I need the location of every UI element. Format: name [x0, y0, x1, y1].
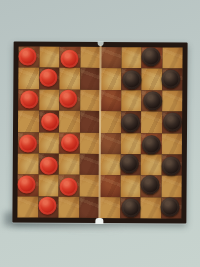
board-square[interactable]: [100, 175, 121, 197]
board-square[interactable]: [79, 175, 100, 197]
red-piece[interactable]: [61, 49, 79, 67]
board-square[interactable]: [100, 111, 121, 133]
board-square[interactable]: [121, 47, 142, 69]
board-square[interactable]: [79, 154, 100, 176]
board-square[interactable]: [80, 68, 101, 90]
board-square[interactable]: [120, 154, 141, 176]
black-piece[interactable]: [142, 135, 161, 154]
board-square[interactable]: [38, 132, 59, 154]
board-square[interactable]: [141, 133, 162, 155]
board-square[interactable]: [79, 196, 100, 218]
board-square[interactable]: [141, 69, 162, 91]
black-piece[interactable]: [122, 198, 141, 217]
black-piece[interactable]: [141, 47, 160, 66]
board-square[interactable]: [59, 132, 80, 154]
board-square[interactable]: [39, 68, 60, 90]
red-piece[interactable]: [61, 134, 79, 152]
red-piece[interactable]: [59, 90, 77, 108]
black-piece[interactable]: [121, 113, 140, 132]
red-piece[interactable]: [39, 156, 57, 174]
board-square[interactable]: [18, 111, 39, 133]
board-square[interactable]: [18, 153, 39, 175]
board-square[interactable]: [59, 89, 80, 111]
red-piece[interactable]: [38, 197, 56, 215]
hinge-gap-top: [98, 41, 104, 46]
black-piece[interactable]: [143, 91, 162, 110]
board-square[interactable]: [99, 197, 120, 219]
board-square[interactable]: [140, 197, 161, 219]
board-square[interactable]: [100, 133, 121, 155]
board-square[interactable]: [121, 69, 142, 91]
board-square[interactable]: [100, 90, 121, 112]
board-square[interactable]: [161, 197, 182, 219]
red-piece[interactable]: [18, 175, 36, 193]
board-square[interactable]: [162, 69, 183, 91]
red-piece[interactable]: [19, 135, 37, 153]
black-piece[interactable]: [161, 197, 180, 216]
board-square[interactable]: [59, 111, 80, 133]
black-piece[interactable]: [123, 70, 142, 89]
board-square[interactable]: [161, 154, 182, 176]
board-square[interactable]: [18, 175, 39, 197]
board-square[interactable]: [162, 90, 183, 112]
board-square[interactable]: [100, 68, 121, 90]
board-square[interactable]: [39, 111, 60, 133]
board-square[interactable]: [18, 46, 39, 68]
red-piece[interactable]: [41, 112, 59, 130]
board-square[interactable]: [59, 154, 80, 176]
board-square[interactable]: [79, 132, 100, 154]
board-square[interactable]: [100, 47, 121, 69]
board-square[interactable]: [59, 175, 80, 197]
board-square[interactable]: [141, 47, 162, 69]
board-square[interactable]: [120, 111, 141, 133]
red-piece[interactable]: [19, 47, 37, 65]
photo-background: [0, 0, 200, 267]
hinge-gap-bottom: [95, 218, 103, 224]
board-square[interactable]: [59, 68, 80, 90]
board-square[interactable]: [161, 133, 182, 155]
board-square[interactable]: [17, 196, 38, 218]
board-square[interactable]: [121, 90, 142, 112]
board-square[interactable]: [39, 89, 60, 111]
board-square[interactable]: [141, 176, 162, 198]
board-square[interactable]: [100, 154, 121, 176]
board-square[interactable]: [38, 153, 59, 175]
checkers-board: [12, 41, 187, 223]
board-square[interactable]: [58, 196, 79, 218]
board-square[interactable]: [38, 196, 59, 218]
black-piece[interactable]: [162, 69, 181, 88]
board-square[interactable]: [59, 47, 80, 69]
red-piece[interactable]: [39, 69, 57, 87]
board-square[interactable]: [120, 175, 141, 197]
board-square[interactable]: [161, 176, 182, 198]
black-piece[interactable]: [163, 113, 182, 132]
red-piece[interactable]: [60, 178, 78, 196]
red-piece[interactable]: [20, 91, 38, 109]
board-square[interactable]: [38, 175, 59, 197]
board-square[interactable]: [80, 47, 101, 69]
board-square[interactable]: [80, 90, 101, 112]
board-square[interactable]: [18, 89, 39, 111]
black-piece[interactable]: [120, 154, 139, 173]
board-square[interactable]: [39, 47, 60, 69]
board-square[interactable]: [141, 90, 162, 112]
board-square[interactable]: [18, 132, 39, 154]
black-piece[interactable]: [162, 156, 181, 175]
board-square[interactable]: [141, 111, 162, 133]
board-square[interactable]: [18, 68, 39, 90]
board-square[interactable]: [162, 47, 183, 69]
board-square[interactable]: [120, 197, 141, 219]
board-square[interactable]: [120, 133, 141, 155]
board-square[interactable]: [80, 111, 101, 133]
board-square[interactable]: [161, 112, 182, 134]
board-square[interactable]: [141, 154, 162, 176]
black-piece[interactable]: [140, 176, 159, 195]
